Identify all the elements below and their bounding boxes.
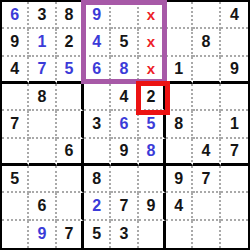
cell-r6c2[interactable] [29,139,56,166]
cell-r6c3[interactable]: 6 [57,139,84,166]
cell-r7c5[interactable] [111,166,138,193]
cell-r2c8[interactable]: 8 [193,29,220,56]
cell-r4c4[interactable] [84,84,111,111]
cell-r2c2[interactable]: 1 [29,29,56,56]
cell-r5c4[interactable]: 3 [84,111,111,138]
cell-r2c3[interactable]: 2 [57,29,84,56]
cell-r2c1[interactable]: 9 [2,29,29,56]
cell-r1c4[interactable]: 9 [84,2,111,29]
cell-r3c2[interactable]: 7 [29,57,56,84]
cell-r5c8[interactable] [193,111,220,138]
cell-r4c6[interactable]: 2 [139,84,166,111]
cell-r9c7[interactable] [166,221,193,248]
cell-r6c5[interactable]: 9 [111,139,138,166]
cell-r4c2[interactable]: 8 [29,84,56,111]
cell-r9c6[interactable] [139,221,166,248]
sudoku-grid: 6389x491245x847568x198427365816984758976… [2,2,248,248]
cell-r8c3[interactable] [57,193,84,220]
cell-r1c6[interactable]: x [139,2,166,29]
cell-r1c1[interactable]: 6 [2,2,29,29]
cell-r4c7[interactable] [166,84,193,111]
cell-r7c8[interactable]: 7 [193,166,220,193]
cell-r9c1[interactable] [2,221,29,248]
cell-r3c4[interactable]: 6 [84,57,111,84]
cell-r4c8[interactable] [193,84,220,111]
cell-r1c5[interactable] [111,2,138,29]
cell-r5c6[interactable]: 5 [139,111,166,138]
cell-r7c7[interactable]: 9 [166,166,193,193]
cell-r7c3[interactable] [57,166,84,193]
cell-r8c9[interactable] [221,193,248,220]
cell-r8c5[interactable]: 7 [111,193,138,220]
cell-r6c6[interactable]: 8 [139,139,166,166]
cell-r9c4[interactable]: 5 [84,221,111,248]
cell-r6c8[interactable]: 4 [193,139,220,166]
cell-r5c3[interactable] [57,111,84,138]
cell-r3c6[interactable]: x [139,57,166,84]
cell-r1c8[interactable] [193,2,220,29]
cell-r5c1[interactable]: 7 [2,111,29,138]
cell-r4c5[interactable]: 4 [111,84,138,111]
cell-r9c8[interactable] [193,221,220,248]
sudoku-board: 6389x491245x847568x198427365816984758976… [0,0,250,250]
cell-r1c2[interactable]: 3 [29,2,56,29]
cell-r9c3[interactable]: 7 [57,221,84,248]
cell-r8c7[interactable]: 4 [166,193,193,220]
cell-r7c6[interactable] [139,166,166,193]
cell-r5c5[interactable]: 6 [111,111,138,138]
cell-r9c9[interactable] [221,221,248,248]
cell-r3c1[interactable]: 4 [2,57,29,84]
cell-r1c3[interactable]: 8 [57,2,84,29]
cell-r9c5[interactable]: 3 [111,221,138,248]
cell-r6c4[interactable] [84,139,111,166]
cell-r2c9[interactable] [221,29,248,56]
cell-r4c3[interactable] [57,84,84,111]
cell-r5c9[interactable]: 1 [221,111,248,138]
cell-r4c1[interactable] [2,84,29,111]
cell-r1c7[interactable] [166,2,193,29]
cell-r2c6[interactable]: x [139,29,166,56]
cell-r3c7[interactable]: 1 [166,57,193,84]
cell-r3c3[interactable]: 5 [57,57,84,84]
cell-r2c4[interactable]: 4 [84,29,111,56]
cell-r8c2[interactable]: 6 [29,193,56,220]
cell-r7c1[interactable]: 5 [2,166,29,193]
cell-r7c9[interactable] [221,166,248,193]
cell-r7c4[interactable]: 8 [84,166,111,193]
cell-r8c8[interactable] [193,193,220,220]
cell-r8c6[interactable]: 9 [139,193,166,220]
cell-r7c2[interactable] [29,166,56,193]
cell-r3c8[interactable] [193,57,220,84]
cell-r4c9[interactable] [221,84,248,111]
cell-r9c2[interactable]: 9 [29,221,56,248]
cell-r1c9[interactable]: 4 [221,2,248,29]
cell-r2c5[interactable]: 5 [111,29,138,56]
cell-r6c7[interactable] [166,139,193,166]
cell-r3c9[interactable]: 9 [221,57,248,84]
cell-r6c1[interactable] [2,139,29,166]
cell-r6c9[interactable]: 7 [221,139,248,166]
cell-r5c2[interactable] [29,111,56,138]
cell-r2c7[interactable] [166,29,193,56]
cell-r3c5[interactable]: 8 [111,57,138,84]
cell-r5c7[interactable]: 8 [166,111,193,138]
cell-r8c1[interactable] [2,193,29,220]
cell-r8c4[interactable]: 2 [84,193,111,220]
